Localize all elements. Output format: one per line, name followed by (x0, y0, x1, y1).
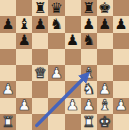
square-a6[interactable] (0, 33, 16, 49)
square-g6[interactable] (97, 33, 113, 49)
black-pawn-piece[interactable]: ♟ (98, 17, 111, 32)
square-f5[interactable] (81, 49, 97, 65)
square-b4[interactable] (16, 65, 32, 81)
square-d8[interactable]: ♛ (48, 0, 64, 16)
black-queen-piece[interactable]: ♛ (50, 0, 63, 15)
square-b5[interactable] (16, 49, 32, 65)
square-a5[interactable] (0, 49, 16, 65)
white-queen-piece[interactable]: ♛ (34, 65, 47, 80)
square-a3[interactable]: ♟ (0, 81, 16, 97)
square-b1[interactable] (16, 114, 32, 130)
square-h7[interactable]: ♟ (113, 16, 129, 32)
square-b3[interactable] (16, 81, 32, 97)
square-e6[interactable]: ♟ (65, 33, 81, 49)
square-h4[interactable] (113, 65, 129, 81)
square-c5[interactable] (32, 49, 48, 65)
black-knight-piece[interactable]: ♞ (50, 17, 63, 32)
chess-app-window: ♜♛♜♚♟♝♟♞♟♟♟♟♟♞♛♟♝♟♞♟♟♟♟♝♟♜♜♚ (0, 0, 131, 132)
square-b8[interactable] (16, 0, 32, 16)
black-pawn-piece[interactable]: ♟ (2, 17, 15, 32)
square-c6[interactable] (32, 33, 48, 49)
square-f2[interactable]: ♟ (81, 98, 97, 114)
square-h2[interactable]: ♟ (113, 98, 129, 114)
square-a2[interactable] (0, 98, 16, 114)
black-rook-piece[interactable]: ♜ (82, 0, 95, 15)
white-bishop-piece[interactable]: ♝ (98, 98, 111, 113)
black-rook-piece[interactable]: ♜ (34, 0, 47, 15)
square-g4[interactable] (97, 65, 113, 81)
square-d4[interactable]: ♟ (48, 65, 64, 81)
square-h8[interactable] (113, 0, 129, 16)
white-pawn-piece[interactable]: ♟ (18, 98, 31, 113)
square-a4[interactable] (0, 65, 16, 81)
square-f7[interactable]: ♟ (81, 16, 97, 32)
chess-board: ♜♛♜♚♟♝♟♞♟♟♟♟♟♞♛♟♝♟♞♟♟♟♟♝♟♜♜♚ (0, 0, 129, 130)
white-rook-piece[interactable]: ♜ (2, 114, 15, 129)
white-pawn-piece[interactable]: ♟ (98, 82, 111, 97)
square-g5[interactable] (97, 49, 113, 65)
black-bishop-piece[interactable]: ♝ (18, 17, 31, 32)
square-h5[interactable] (113, 49, 129, 65)
square-e7[interactable] (65, 16, 81, 32)
white-pawn-piece[interactable]: ♟ (82, 98, 95, 113)
square-g3[interactable]: ♟ (97, 81, 113, 97)
square-f6[interactable]: ♞ (81, 33, 97, 49)
square-c2[interactable] (32, 98, 48, 114)
black-pawn-piece[interactable]: ♟ (66, 33, 79, 48)
square-a8[interactable] (0, 0, 16, 16)
black-knight-piece[interactable]: ♞ (82, 33, 95, 48)
square-h1[interactable] (113, 114, 129, 130)
white-pawn-piece[interactable]: ♟ (114, 98, 127, 113)
square-f8[interactable]: ♜ (81, 0, 97, 16)
black-pawn-piece[interactable]: ♟ (82, 17, 95, 32)
white-rook-piece[interactable]: ♜ (82, 114, 95, 129)
square-g7[interactable]: ♟ (97, 16, 113, 32)
white-pawn-piece[interactable]: ♟ (50, 65, 63, 80)
square-d1[interactable] (48, 114, 64, 130)
square-e5[interactable] (65, 49, 81, 65)
square-a7[interactable]: ♟ (0, 16, 16, 32)
square-b2[interactable]: ♟ (16, 98, 32, 114)
square-d6[interactable] (48, 33, 64, 49)
black-pawn-piece[interactable]: ♟ (114, 17, 127, 32)
square-e4[interactable] (65, 65, 81, 81)
white-king-piece[interactable]: ♚ (98, 114, 111, 129)
square-h6[interactable] (113, 33, 129, 49)
square-d5[interactable] (48, 49, 64, 65)
square-f3[interactable]: ♞ (81, 81, 97, 97)
square-e3[interactable] (65, 81, 81, 97)
square-e8[interactable] (65, 0, 81, 16)
square-f1[interactable]: ♜ (81, 114, 97, 130)
black-king-piece[interactable]: ♚ (98, 0, 111, 15)
square-h3[interactable] (113, 81, 129, 97)
square-g2[interactable]: ♝ (97, 98, 113, 114)
square-b7[interactable]: ♝ (16, 16, 32, 32)
square-c3[interactable] (32, 81, 48, 97)
square-d7[interactable]: ♞ (48, 16, 64, 32)
square-e1[interactable] (65, 114, 81, 130)
square-a1[interactable]: ♜ (0, 114, 16, 130)
square-e2[interactable]: ♟ (65, 98, 81, 114)
square-f4[interactable]: ♝ (81, 65, 97, 81)
white-bishop-piece[interactable]: ♝ (82, 65, 95, 80)
square-c7[interactable]: ♟ (32, 16, 48, 32)
square-c4[interactable]: ♛ (32, 65, 48, 81)
white-pawn-piece[interactable]: ♟ (2, 82, 15, 97)
black-pawn-piece[interactable]: ♟ (18, 33, 31, 48)
square-b6[interactable]: ♟ (16, 33, 32, 49)
square-g8[interactable]: ♚ (97, 0, 113, 16)
square-g1[interactable]: ♚ (97, 114, 113, 130)
square-d2[interactable] (48, 98, 64, 114)
white-pawn-piece[interactable]: ♟ (66, 98, 79, 113)
white-knight-piece[interactable]: ♞ (82, 82, 95, 97)
square-d3[interactable] (48, 81, 64, 97)
square-c1[interactable] (32, 114, 48, 130)
square-c8[interactable]: ♜ (32, 0, 48, 16)
black-pawn-piece[interactable]: ♟ (34, 17, 47, 32)
